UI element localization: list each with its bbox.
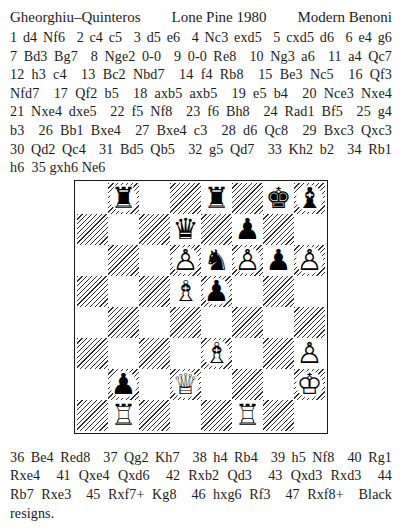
square-h3: ♙ — [294, 338, 325, 369]
white-queen-d2: ♕ — [173, 369, 199, 400]
square-c1 — [139, 400, 170, 431]
white-pawn-f6: ♙ — [235, 245, 261, 276]
square-g4 — [263, 307, 294, 338]
square-a3 — [77, 338, 108, 369]
square-b4 — [108, 307, 139, 338]
move-line: 7 Bd3 Bg7 8 Nge2 0-0 9 0-0 Re8 10 Ng3 a6… — [10, 47, 392, 66]
square-c4 — [139, 307, 170, 338]
square-f4 — [232, 307, 263, 338]
move-line: 21 Nxe4 dxe5 22 f5 Nf8 23 f6 Bh8 24 Rad1… — [10, 102, 392, 121]
square-d3 — [170, 338, 201, 369]
square-h7 — [294, 214, 325, 245]
white-rook-b1: ♖ — [111, 400, 137, 431]
square-a2 — [77, 369, 108, 400]
black-rook-e8: ♜ — [204, 183, 230, 214]
black-queen-d7: ♛ — [173, 214, 199, 245]
square-d4 — [170, 307, 201, 338]
white-bishop-e3: ♗ — [204, 338, 230, 369]
square-b7 — [108, 214, 139, 245]
square-c3 — [139, 338, 170, 369]
chess-board: ♜♜♚♝♛♟♙♞♙♟♙♗♟♗♙♟♕♔♖♖ — [77, 183, 325, 431]
white-pawn-h3: ♙ — [297, 338, 323, 369]
move-list-top: 1 d4 Nf6 2 c4 c5 3 d5 e6 4 Nc3 exd5 5 cx… — [10, 28, 392, 177]
square-e6: ♞ — [201, 245, 232, 276]
move-line: 36 Be4 Red8 37 Qg2 Kh7 38 h4 Rb4 39 h5 N… — [10, 448, 392, 467]
black-knight-e6: ♞ — [204, 245, 230, 276]
square-g7 — [263, 214, 294, 245]
white-pawn-h6: ♙ — [297, 245, 323, 276]
black-pawn-b2: ♟ — [111, 369, 137, 400]
square-g6: ♟ — [263, 245, 294, 276]
square-c8 — [139, 183, 170, 214]
move-line: b3 26 Bb1 Bxe4 27 Bxe4 c3 28 d6 Qc8 29 B… — [10, 121, 392, 140]
square-h1 — [294, 400, 325, 431]
square-h5 — [294, 276, 325, 307]
square-a5 — [77, 276, 108, 307]
square-h6: ♙ — [294, 245, 325, 276]
square-c5 — [139, 276, 170, 307]
players-names: Gheorghiu–Quinteros — [10, 8, 141, 26]
white-rook-f1: ♖ — [235, 400, 261, 431]
chess-board-frame: ♜♜♚♝♛♟♙♞♙♟♙♗♟♗♙♟♕♔♖♖ — [74, 180, 328, 434]
square-f8 — [232, 183, 263, 214]
move-line: Nfd7 17 Qf2 b5 18 axb5 axb5 19 e5 b4 20 … — [10, 84, 392, 103]
white-pawn-d6: ♙ — [173, 245, 199, 276]
book-page: Gheorghiu–Quinteros Lone Pine 1980 Moder… — [0, 0, 400, 522]
square-f6: ♙ — [232, 245, 263, 276]
square-g3 — [263, 338, 294, 369]
square-b2: ♟ — [108, 369, 139, 400]
move-line: Rb7 Rxe3 45 Rxf7+ Kg8 46 hxg6 Rf3 47 Rxf… — [10, 485, 392, 504]
square-e2 — [201, 369, 232, 400]
game-header: Gheorghiu–Quinteros Lone Pine 1980 Moder… — [10, 8, 392, 26]
square-e8: ♜ — [201, 183, 232, 214]
square-g5 — [263, 276, 294, 307]
white-king-h2: ♔ — [297, 369, 323, 400]
square-e1 — [201, 400, 232, 431]
square-f2 — [232, 369, 263, 400]
move-list-bottom: 36 Be4 Red8 37 Qg2 Kh7 38 h4 Rb4 39 h5 N… — [10, 448, 392, 522]
square-f5 — [232, 276, 263, 307]
event-name: Lone Pine 1980 — [171, 8, 266, 26]
black-pawn-e5: ♟ — [204, 276, 230, 307]
opening-name: Modern Benoni — [297, 8, 392, 26]
square-g8: ♚ — [263, 183, 294, 214]
black-rook-b8: ♜ — [111, 183, 137, 214]
square-b1: ♖ — [108, 400, 139, 431]
square-b6 — [108, 245, 139, 276]
square-d6: ♙ — [170, 245, 201, 276]
square-f7: ♟ — [232, 214, 263, 245]
square-a6 — [77, 245, 108, 276]
square-d5: ♗ — [170, 276, 201, 307]
square-e7 — [201, 214, 232, 245]
move-line: resigns. — [10, 504, 392, 523]
square-b8: ♜ — [108, 183, 139, 214]
square-b5 — [108, 276, 139, 307]
square-e5: ♟ — [201, 276, 232, 307]
square-d7: ♛ — [170, 214, 201, 245]
black-pawn-f7: ♟ — [235, 214, 261, 245]
move-line: 12 h3 c4 13 Bc2 Nbd7 14 f4 Rb8 15 Be3 Nc… — [10, 65, 392, 84]
square-h2: ♔ — [294, 369, 325, 400]
square-b3 — [108, 338, 139, 369]
square-d8 — [170, 183, 201, 214]
white-bishop-d5: ♗ — [173, 276, 199, 307]
square-c6 — [139, 245, 170, 276]
square-a1 — [77, 400, 108, 431]
square-a7 — [77, 214, 108, 245]
square-g1 — [263, 400, 294, 431]
square-f1: ♖ — [232, 400, 263, 431]
square-a8 — [77, 183, 108, 214]
move-line: h6 35 gxh6 Ne6 — [10, 158, 392, 177]
move-line: 30 Qd2 Qc4 31 Bd5 Qb5 32 g5 Qd7 33 Kh2 b… — [10, 140, 392, 159]
black-bishop-h8: ♝ — [297, 183, 323, 214]
move-line: Rxe4 41 Qxe4 Qxd6 42 Rxb2 Qd3 43 Qxd3 Rx… — [10, 466, 392, 485]
square-f3 — [232, 338, 263, 369]
black-pawn-g6: ♟ — [266, 245, 292, 276]
move-line: 1 d4 Nf6 2 c4 c5 3 d5 e6 4 Nc3 exd5 5 cx… — [10, 28, 392, 47]
square-d2: ♕ — [170, 369, 201, 400]
square-c7 — [139, 214, 170, 245]
square-c2 — [139, 369, 170, 400]
square-h4 — [294, 307, 325, 338]
square-e3: ♗ — [201, 338, 232, 369]
square-g2 — [263, 369, 294, 400]
black-king-g8: ♚ — [266, 183, 292, 214]
square-d1 — [170, 400, 201, 431]
square-h8: ♝ — [294, 183, 325, 214]
square-e4 — [201, 307, 232, 338]
square-a4 — [77, 307, 108, 338]
